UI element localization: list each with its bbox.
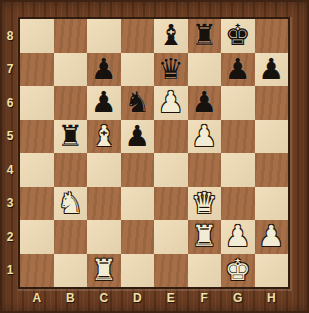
square-h2[interactable]: ♟ xyxy=(255,220,289,254)
square-a5[interactable] xyxy=(20,120,54,154)
square-c2[interactable] xyxy=(87,220,121,254)
piece-white-pawn: ♟ xyxy=(225,220,251,254)
square-h5[interactable] xyxy=(255,120,289,154)
square-f7[interactable] xyxy=(188,53,222,87)
square-g8[interactable]: ♚ xyxy=(221,19,255,53)
square-b2[interactable] xyxy=(54,220,88,254)
piece-white-bishop: ♝ xyxy=(91,120,117,154)
square-f3[interactable]: ♛ xyxy=(188,187,222,221)
square-d1[interactable] xyxy=(121,254,155,288)
square-b6[interactable] xyxy=(54,86,88,120)
file-label-e: E xyxy=(154,288,188,308)
square-a7[interactable] xyxy=(20,53,54,87)
square-d4[interactable] xyxy=(121,153,155,187)
piece-white-rook: ♜ xyxy=(191,220,217,254)
piece-black-pawn: ♟ xyxy=(91,53,117,87)
square-c8[interactable] xyxy=(87,19,121,53)
piece-black-rook: ♜ xyxy=(191,19,217,53)
square-a2[interactable] xyxy=(20,220,54,254)
square-e3[interactable] xyxy=(154,187,188,221)
square-b5[interactable]: ♜ xyxy=(54,120,88,154)
square-d8[interactable] xyxy=(121,19,155,53)
piece-black-knight: ♞ xyxy=(124,86,150,120)
square-d6[interactable]: ♞ xyxy=(121,86,155,120)
piece-black-pawn: ♟ xyxy=(124,120,150,154)
square-c3[interactable] xyxy=(87,187,121,221)
square-b4[interactable] xyxy=(54,153,88,187)
file-label-d: D xyxy=(121,288,155,308)
square-g4[interactable] xyxy=(221,153,255,187)
square-e5[interactable] xyxy=(154,120,188,154)
square-d2[interactable] xyxy=(121,220,155,254)
piece-black-pawn: ♟ xyxy=(258,53,284,87)
rank-label-6: 6 xyxy=(0,86,20,120)
square-c7[interactable]: ♟ xyxy=(87,53,121,87)
piece-white-pawn: ♟ xyxy=(258,220,284,254)
file-label-h: H xyxy=(255,288,289,308)
square-h1[interactable] xyxy=(255,254,289,288)
square-f4[interactable] xyxy=(188,153,222,187)
rank-label-1: 1 xyxy=(0,254,20,288)
piece-black-pawn: ♟ xyxy=(91,86,117,120)
file-labels: ABCDEFGH xyxy=(20,288,288,308)
square-a3[interactable] xyxy=(20,187,54,221)
square-g5[interactable] xyxy=(221,120,255,154)
square-f8[interactable]: ♜ xyxy=(188,19,222,53)
square-f1[interactable] xyxy=(188,254,222,288)
square-a4[interactable] xyxy=(20,153,54,187)
rank-label-5: 5 xyxy=(0,120,20,154)
rank-label-2: 2 xyxy=(0,220,20,254)
square-f2[interactable]: ♜ xyxy=(188,220,222,254)
piece-white-knight: ♞ xyxy=(57,187,83,221)
square-d3[interactable] xyxy=(121,187,155,221)
file-label-f: F xyxy=(188,288,222,308)
square-a8[interactable] xyxy=(20,19,54,53)
square-f6[interactable]: ♟ xyxy=(188,86,222,120)
square-h4[interactable] xyxy=(255,153,289,187)
rank-label-4: 4 xyxy=(0,153,20,187)
piece-black-king: ♚ xyxy=(225,19,251,53)
square-c4[interactable] xyxy=(87,153,121,187)
square-e2[interactable] xyxy=(154,220,188,254)
square-e6[interactable]: ♟ xyxy=(154,86,188,120)
piece-white-pawn: ♟ xyxy=(158,86,184,120)
square-g1[interactable]: ♚ xyxy=(221,254,255,288)
square-e1[interactable] xyxy=(154,254,188,288)
piece-black-bishop: ♝ xyxy=(158,19,184,53)
piece-white-queen: ♛ xyxy=(191,187,217,221)
piece-black-rook: ♜ xyxy=(57,120,83,154)
rank-label-3: 3 xyxy=(0,187,20,221)
piece-black-pawn: ♟ xyxy=(191,86,217,120)
file-label-g: G xyxy=(221,288,255,308)
file-label-b: B xyxy=(54,288,88,308)
square-e7[interactable]: ♛ xyxy=(154,53,188,87)
piece-white-rook: ♜ xyxy=(91,254,117,288)
square-g3[interactable] xyxy=(221,187,255,221)
piece-white-pawn: ♟ xyxy=(191,120,217,154)
rank-label-8: 8 xyxy=(0,19,20,53)
chess-board: ♝♜♚♟♛♟♟♟♞♟♟♜♝♟♟♞♛♜♟♟♜♚ xyxy=(20,19,288,287)
square-d7[interactable] xyxy=(121,53,155,87)
square-g7[interactable]: ♟ xyxy=(221,53,255,87)
piece-black-queen: ♛ xyxy=(158,53,184,87)
square-g6[interactable] xyxy=(221,86,255,120)
square-e8[interactable]: ♝ xyxy=(154,19,188,53)
rank-label-7: 7 xyxy=(0,53,20,87)
square-c6[interactable]: ♟ xyxy=(87,86,121,120)
square-g2[interactable]: ♟ xyxy=(221,220,255,254)
square-a6[interactable] xyxy=(20,86,54,120)
piece-black-pawn: ♟ xyxy=(225,53,251,87)
square-b3[interactable]: ♞ xyxy=(54,187,88,221)
square-h6[interactable] xyxy=(255,86,289,120)
square-b7[interactable] xyxy=(54,53,88,87)
square-c1[interactable]: ♜ xyxy=(87,254,121,288)
square-a1[interactable] xyxy=(20,254,54,288)
square-c5[interactable]: ♝ xyxy=(87,120,121,154)
piece-white-king: ♚ xyxy=(225,254,251,288)
square-b1[interactable] xyxy=(54,254,88,288)
square-f5[interactable]: ♟ xyxy=(188,120,222,154)
square-h7[interactable]: ♟ xyxy=(255,53,289,87)
chess-board-frame: 87654321 ♝♜♚♟♛♟♟♟♞♟♟♜♝♟♟♞♛♜♟♟♜♚ ABCDEFGH xyxy=(0,0,309,313)
rank-labels: 87654321 xyxy=(0,19,20,287)
file-label-c: C xyxy=(87,288,121,308)
square-b8[interactable] xyxy=(54,19,88,53)
square-h8[interactable] xyxy=(255,19,289,53)
square-h3[interactable] xyxy=(255,187,289,221)
square-e4[interactable] xyxy=(154,153,188,187)
square-d5[interactable]: ♟ xyxy=(121,120,155,154)
file-label-a: A xyxy=(20,288,54,308)
